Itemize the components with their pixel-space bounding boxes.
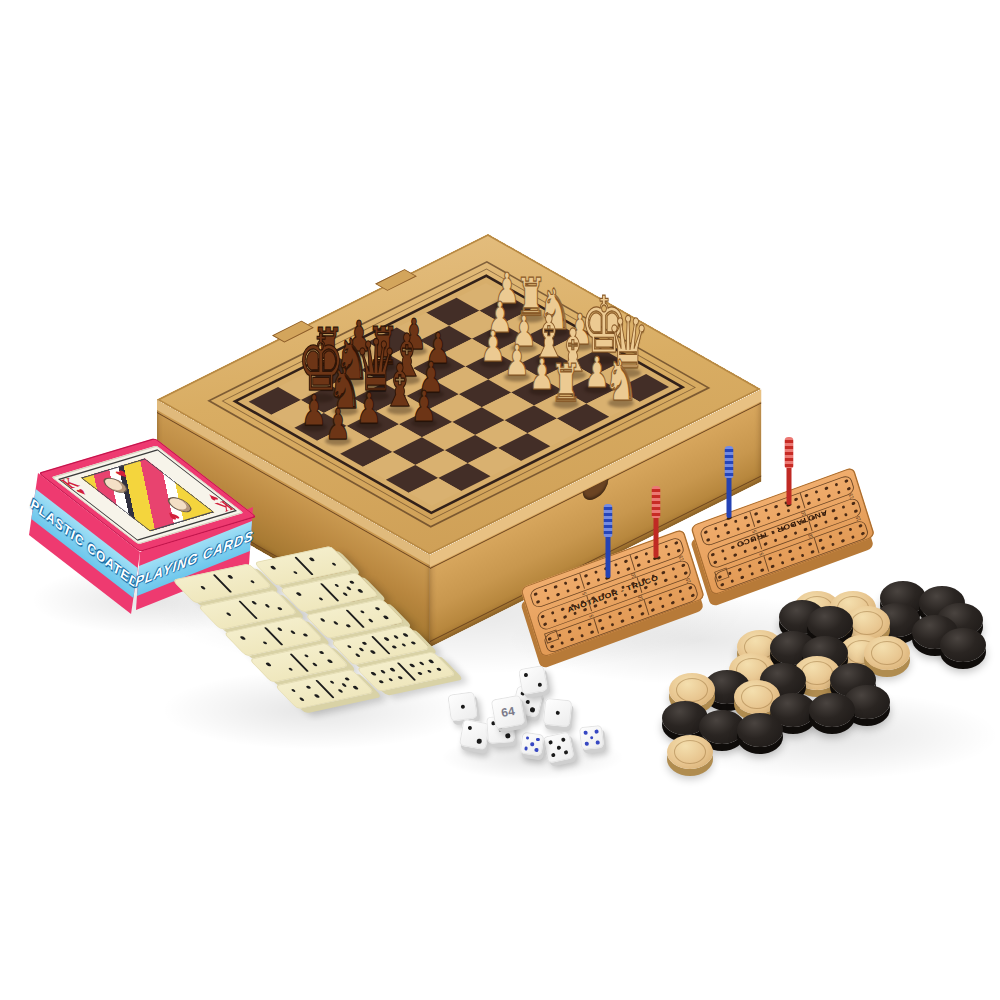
domino-pip — [436, 667, 442, 671]
die-black-pips-face-1[interactable] — [447, 691, 477, 721]
die-pip — [460, 704, 465, 709]
checker-disc-black[interactable] — [737, 713, 783, 747]
domino-pip — [264, 604, 270, 608]
die-pip — [555, 710, 560, 715]
domino-pip — [342, 592, 348, 596]
domino-pip — [305, 685, 311, 689]
domino-pip — [240, 636, 246, 640]
die-pip — [595, 740, 599, 744]
domino-pip — [368, 619, 374, 623]
peg-head — [785, 437, 794, 468]
domino-pip — [227, 575, 233, 579]
domino-pip — [225, 612, 231, 616]
die-pip — [555, 744, 560, 749]
die-pip — [583, 730, 587, 734]
peg-stem — [727, 478, 732, 518]
cribbage-peg-blue-1[interactable] — [604, 504, 613, 578]
peg-head — [725, 446, 734, 478]
die-pip — [467, 725, 472, 730]
domino-pip — [320, 618, 326, 622]
cribbage-peg-red-4[interactable] — [785, 437, 794, 505]
piece-light-pawn-e6[interactable]: ♟ — [505, 339, 531, 381]
domino-pip — [251, 601, 257, 605]
die-pip — [594, 729, 598, 733]
die-pip — [524, 746, 528, 750]
domino-pip — [277, 607, 283, 611]
die-pip — [563, 749, 568, 754]
die-pip — [589, 735, 593, 739]
domino-pip — [409, 664, 415, 668]
checker-disc-black[interactable] — [940, 628, 986, 662]
domino-pip — [378, 680, 384, 684]
domino-pip — [358, 647, 364, 651]
die-pip — [560, 737, 565, 742]
domino-pip — [314, 694, 320, 698]
die-black-pips-face-5[interactable] — [542, 731, 574, 763]
domino-pip — [426, 670, 432, 674]
domino-pip — [383, 615, 389, 619]
domino-pip — [345, 624, 351, 628]
die-pip — [584, 741, 588, 745]
domino-pip — [344, 677, 350, 681]
die-black-pips-face-2[interactable] — [518, 665, 548, 695]
die-pip — [534, 748, 538, 752]
domino-pip — [302, 633, 308, 637]
checker-disc-black[interactable] — [807, 606, 853, 640]
peg-head — [604, 504, 613, 537]
domino-pip — [319, 651, 325, 655]
piece-dark-pawn-d2[interactable]: ♟ — [356, 388, 382, 430]
domino-pip — [288, 667, 294, 671]
piece-light-rook-g6[interactable]: ♜ — [550, 357, 582, 409]
domino-pip — [428, 660, 434, 664]
checker-disc-black[interactable] — [809, 693, 855, 727]
domino-pip — [389, 668, 395, 672]
domino-pip — [417, 672, 423, 676]
domino-pip — [290, 689, 296, 693]
die-pip — [505, 733, 510, 738]
piece-light-knight-h7[interactable]: ♞ — [604, 351, 638, 408]
piece-dark-pawn-c1[interactable]: ♟ — [301, 390, 327, 432]
domino-pip — [383, 637, 389, 641]
domino-pip — [292, 571, 298, 575]
domino-pip — [309, 557, 315, 561]
domino-pip — [397, 676, 403, 680]
lid-tab-1 — [375, 269, 417, 291]
peg-stem — [654, 518, 659, 558]
die-pip — [530, 742, 534, 746]
die-black-pips-face-2[interactable] — [458, 718, 489, 749]
domino-pip — [277, 627, 283, 631]
domino-pip — [331, 562, 337, 566]
domino-pip — [299, 697, 305, 701]
domino-pip — [332, 621, 338, 625]
die-pip — [476, 738, 481, 743]
piece-dark-pawn-e3[interactable]: ♟ — [411, 386, 437, 428]
die-pip — [526, 736, 530, 740]
drawer-notch[interactable] — [583, 479, 609, 505]
die-blue-pips-face-5[interactable] — [520, 732, 545, 757]
domino-pip — [262, 641, 268, 645]
domino-pip — [355, 653, 361, 657]
domino-pip — [387, 678, 393, 682]
domino-pip — [359, 610, 365, 614]
peg-stem — [606, 537, 611, 578]
heart-suit-icon: ♥ — [162, 509, 182, 521]
domino-pip — [200, 586, 206, 590]
domino-pip — [418, 662, 424, 666]
die-pip — [524, 698, 529, 703]
domino-pip — [370, 672, 376, 676]
checker-disc-wood[interactable] — [667, 735, 713, 769]
die-pip — [536, 738, 540, 742]
die-blue-pips-face-5[interactable] — [578, 724, 603, 749]
heart-suit-icon: ♥ — [112, 468, 132, 480]
cribbage-peg-red-2[interactable] — [652, 486, 661, 558]
domino-pip — [296, 592, 302, 596]
die-pip — [550, 752, 555, 757]
domino-pip — [370, 650, 376, 654]
domino-pip — [357, 589, 363, 593]
domino-pip — [270, 566, 276, 570]
domino-pip — [374, 607, 380, 611]
domino-pip — [401, 643, 407, 647]
domino-pip — [410, 641, 416, 645]
domino-pip — [393, 635, 399, 639]
die-black-pips-face-1[interactable] — [542, 697, 572, 727]
domino-pip — [345, 586, 351, 590]
domino-pip — [341, 683, 347, 687]
domino-pip — [380, 670, 386, 674]
domino-pip — [353, 686, 359, 690]
die-pip — [537, 682, 542, 687]
domino-pip — [346, 645, 352, 649]
domino-pip — [327, 659, 333, 663]
die-pip — [529, 707, 534, 712]
doubling-cube[interactable]: 64 — [491, 695, 526, 730]
peg-stem — [787, 468, 792, 505]
domino-pip — [303, 654, 309, 658]
domino-pip — [361, 641, 367, 645]
die-pip — [524, 673, 529, 678]
piece-dark-pawn-d1[interactable]: ♟ — [325, 403, 351, 445]
domino-pip — [312, 663, 318, 667]
domino-pip — [265, 663, 271, 667]
domino-pip — [337, 689, 343, 693]
domino-pip — [290, 630, 296, 634]
domino-pip — [334, 584, 340, 588]
piece-light-pawn-d6[interactable]: ♟ — [480, 326, 506, 368]
die-pip — [548, 739, 553, 744]
cribbage-peg-blue-3[interactable] — [725, 446, 734, 518]
domino-pip — [329, 680, 335, 684]
peg-head — [652, 486, 661, 518]
domino-pip — [249, 580, 255, 584]
doubling-cube-64-label: 64 — [500, 704, 516, 720]
domino-pip — [402, 633, 408, 637]
domino-pip — [349, 580, 355, 584]
product-photo-scene: ♟♜♞♟♟♟♟♟♚♝♟♟♜♜♛♝♟♝♞♟♟♟♛♚♞♜♝♞♟♟♟♟ PLASTIC… — [0, 0, 1000, 1000]
checker-disc-wood[interactable] — [864, 636, 910, 670]
domino-pip — [318, 597, 324, 601]
domino-pip — [391, 645, 397, 649]
